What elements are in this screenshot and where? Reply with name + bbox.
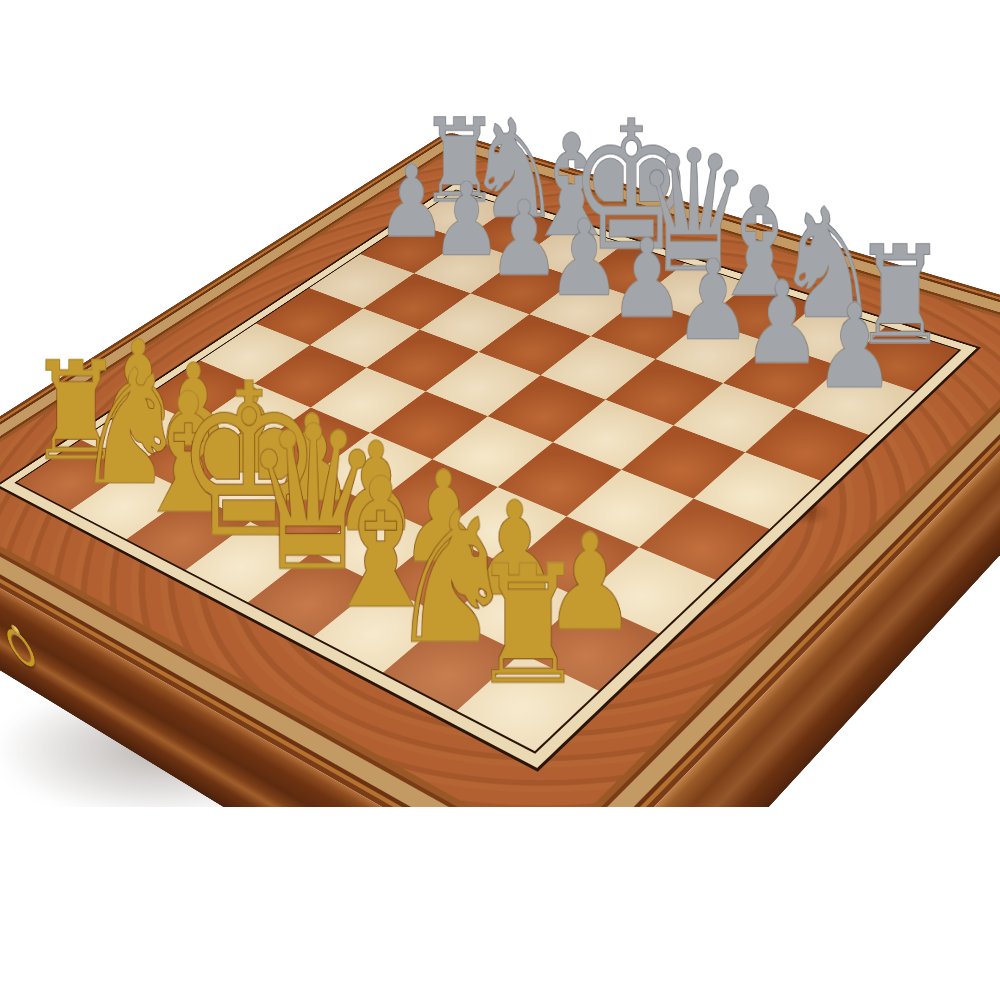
- white-pawn-glyph-icon: ♟: [814, 289, 896, 406]
- product-photo-stage: ♜♞♝♛♚♝♞♜♟♟♟♟♟♟♟♟♟♟♟♟♟♟♟♟♜♞♝♛♚♝♞♜: [0, 0, 1000, 1000]
- black-rook-glyph-icon: ♜: [470, 544, 585, 708]
- ring-pull-loop-icon: [3, 623, 39, 672]
- drawer-ring-pull: [4, 624, 39, 674]
- photo-white-crop: [0, 807, 1000, 1000]
- white-pawn-glyph-icon: ♟: [742, 266, 822, 380]
- white-pawn-glyph-icon: ♟: [674, 245, 752, 356]
